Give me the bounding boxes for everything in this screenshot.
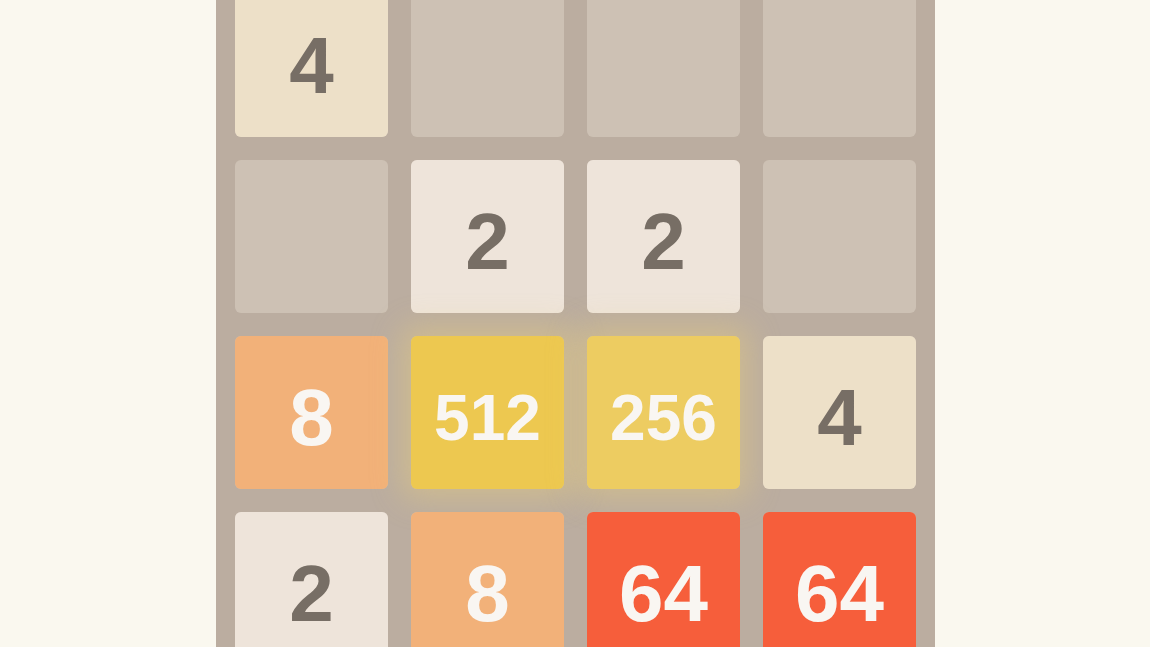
- tile-2: 2: [587, 160, 740, 313]
- cell-r0c0: 4: [235, 0, 388, 137]
- cell-r0c3: [763, 0, 916, 137]
- page-background: { "game": "2048", "position": { "rows": …: [0, 0, 1150, 647]
- cell-r3c2: 64: [587, 512, 740, 647]
- cell-r3c0: 2: [235, 512, 388, 647]
- cell-r0c2: [587, 0, 740, 137]
- tile-64: 64: [587, 512, 740, 647]
- cell-r1c1: 2: [411, 160, 564, 313]
- board-2048[interactable]: 42285122564286464: [216, 0, 935, 647]
- tile-4: 4: [235, 0, 388, 137]
- tile-8: 8: [235, 336, 388, 489]
- tile-4: 4: [763, 336, 916, 489]
- cell-r1c2: 2: [587, 160, 740, 313]
- tile-2: 2: [411, 160, 564, 313]
- cell-r2c2: 256: [587, 336, 740, 489]
- tile-512: 512: [411, 336, 564, 489]
- cell-r1c3: [763, 160, 916, 313]
- cell-r2c1: 512: [411, 336, 564, 489]
- cell-r2c3: 4: [763, 336, 916, 489]
- tile-256: 256: [587, 336, 740, 489]
- cell-r1c0: [235, 160, 388, 313]
- cell-r3c1: 8: [411, 512, 564, 647]
- cell-r2c0: 8: [235, 336, 388, 489]
- tile-2: 2: [235, 512, 388, 647]
- cell-r0c1: [411, 0, 564, 137]
- tile-64: 64: [763, 512, 916, 647]
- cell-r3c3: 64: [763, 512, 916, 647]
- tile-8: 8: [411, 512, 564, 647]
